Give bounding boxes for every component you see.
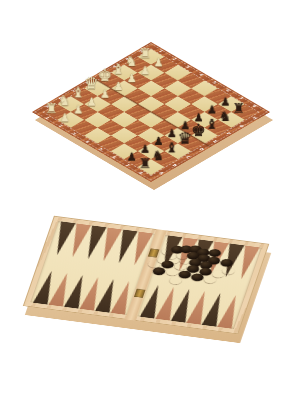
piece-black-rook: ♜ xyxy=(135,157,154,171)
checker-dark-17 xyxy=(190,272,205,281)
checker-light-30 xyxy=(168,276,183,285)
chess-frame: ♜♟♟♜♞♟♟♞♝♟♟♝♚♟♟♚♛♟♟♛♝♟♟♝♞♟♟♞♜♟♟♜ 11HH22G… xyxy=(32,42,270,182)
product-photo-stage: ♜♟♟♜♞♟♟♞♝♟♟♝♚♟♟♚♛♟♟♛♝♟♟♝♞♟♟♞♜♟♟♜ 11HH22G… xyxy=(0,0,304,418)
checker-light-29 xyxy=(202,275,217,284)
square-f3 xyxy=(138,81,165,97)
coord-rank-6-bottom: 6 xyxy=(110,155,119,160)
square-d5 xyxy=(138,112,165,128)
checker-dark-15 xyxy=(151,267,166,276)
piece-white-pawn: ♟ xyxy=(55,112,74,123)
chess-board-scene: ♜♟♟♜♞♟♟♞♝♟♟♝♚♟♟♚♛♟♟♛♝♟♟♝♞♟♟♞♜♟♟♜ 11HH22G… xyxy=(32,42,270,182)
checker-light-28 xyxy=(165,267,180,276)
